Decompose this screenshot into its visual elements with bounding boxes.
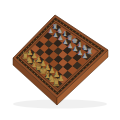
stud-dot-icon: [64, 86, 65, 87]
stud-dot-icon: [31, 43, 32, 44]
stud-dot-icon: [69, 28, 70, 29]
stud-dot-icon: [92, 60, 93, 61]
stud-dot-icon: [57, 20, 58, 21]
stud-dot-icon: [79, 34, 80, 35]
stud-dot-icon: [18, 56, 19, 57]
stud-dot-icon: [49, 25, 50, 26]
stud-dot-icon: [83, 69, 84, 70]
stud-dot-icon: [101, 49, 102, 50]
stud-dot-icon: [98, 47, 99, 48]
stud-dot-icon: [24, 63, 25, 64]
stud-dot-icon: [91, 43, 92, 44]
chess-board-scene: ♜♞♟♝♟♛♟♚♟♝♟♞♟♜♟♟♟♟♜♟♞♟♝♟♛♟♚♟♝♟♞♜: [0, 0, 120, 120]
stud-dot-icon: [18, 59, 19, 60]
stud-dot-icon: [54, 20, 55, 21]
stud-dot-icon: [95, 57, 96, 58]
stud-dot-icon: [48, 85, 49, 86]
stud-dot-icon: [41, 33, 42, 34]
stud-dot-icon: [95, 45, 96, 46]
stud-dot-icon: [39, 35, 40, 36]
stud-dot-icon: [66, 26, 67, 27]
stud-dot-icon: [68, 83, 69, 84]
stud-dot-icon: [77, 75, 78, 76]
stud-dot-icon: [34, 73, 35, 74]
piece-black-pawn[interactable]: ♟: [82, 52, 88, 60]
stud-dot-icon: [80, 72, 81, 73]
stud-dot-icon: [53, 90, 54, 91]
chess-set-photo: ♜♞♟♝♟♛♟♚♟♝♟♞♟♜♟♟♟♟♜♟♞♟♝♟♛♟♚♟♝♟♞♜: [0, 0, 120, 120]
stud-dot-icon: [26, 66, 27, 67]
piece-white-rook[interactable]: ♜: [52, 77, 61, 88]
stud-dot-icon: [32, 71, 33, 72]
stud-dot-icon: [101, 52, 102, 53]
stud-dot-icon: [46, 28, 47, 29]
stud-dot-icon: [82, 36, 83, 37]
stud-dot-icon: [89, 63, 90, 64]
stud-dot-icon: [88, 41, 89, 42]
stud-dot-icon: [86, 66, 87, 67]
stud-dot-icon: [37, 75, 38, 76]
stud-dot-icon: [56, 92, 57, 93]
stud-dot-icon: [40, 78, 41, 79]
stud-dot-icon: [71, 80, 72, 81]
stud-dot-icon: [21, 61, 22, 62]
stud-dot-icon: [42, 80, 43, 81]
stud-dot-icon: [44, 30, 45, 31]
stud-dot-icon: [72, 30, 73, 31]
stud-dot-icon: [36, 38, 37, 39]
stud-dot-icon: [61, 89, 62, 90]
stud-dot-icon: [33, 41, 34, 42]
stud-dot-icon: [28, 46, 29, 47]
stud-dot-icon: [98, 55, 99, 56]
stud-dot-icon: [74, 77, 75, 78]
stud-dot-icon: [76, 32, 77, 33]
stud-dot-icon: [60, 22, 61, 23]
stud-dot-icon: [85, 39, 86, 40]
stud-dot-icon: [58, 92, 59, 93]
stud-dot-icon: [45, 82, 46, 83]
stud-dot-icon: [63, 24, 64, 25]
